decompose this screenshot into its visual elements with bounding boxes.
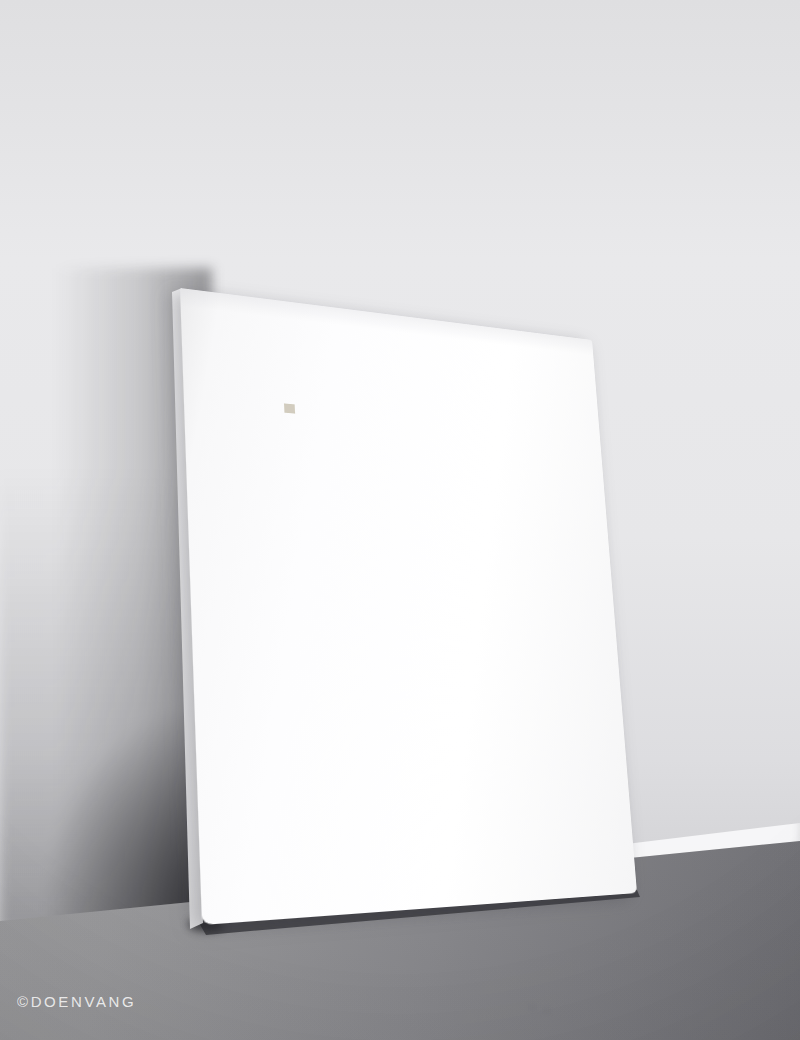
reflected-dot — [543, 1007, 550, 1014]
product-photo: ©DOENVANG — [0, 0, 800, 1040]
reflected-dot — [529, 1004, 536, 1011]
watermark: ©DOENVANG — [17, 993, 136, 1010]
kufic-empty-cell — [285, 404, 293, 412]
kufic-grid — [285, 404, 545, 809]
canvas-print — [180, 288, 637, 925]
